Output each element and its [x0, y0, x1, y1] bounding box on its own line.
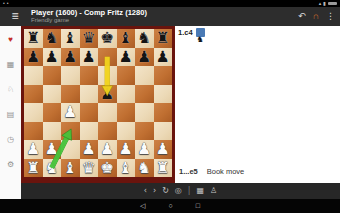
square-d1[interactable]: ♛ [80, 159, 99, 178]
piece-white-rook[interactable]: ♜ [24, 159, 43, 178]
square-c1[interactable]: ♝ [61, 159, 80, 178]
piece-black-pawn[interactable]: ♟ [80, 48, 99, 67]
square-d4[interactable] [80, 103, 99, 122]
piece-black-pawn[interactable]: ♟ [61, 48, 80, 67]
square-c2[interactable] [61, 140, 80, 159]
clock-icon[interactable]: ◷ [7, 135, 14, 145]
folder-icon[interactable]: ▤ [7, 110, 15, 120]
piece-white-knight[interactable]: ♞ [135, 159, 154, 178]
piece-white-rook[interactable]: ♜ [154, 159, 173, 178]
piece-black-king[interactable]: ♚ [98, 29, 117, 48]
square-e5[interactable]: ♟ [98, 85, 117, 104]
piece-black-pawn[interactable]: ♟ [43, 48, 62, 67]
square-f8[interactable]: ♝ [117, 29, 136, 48]
board-setup-icon[interactable]: ▦ [197, 183, 205, 199]
engine-thinking-cursor: ♞ [196, 28, 205, 37]
chess-board[interactable]: ♜♞♝♛♚♝♞♜♟♟♟♟♟♟♟♟♟♟♟♟♟♟♟♟♜♞♝♛♚♝♞♜ [24, 29, 172, 177]
square-f5[interactable] [117, 85, 136, 104]
square-h4[interactable] [154, 103, 173, 122]
engine-status-label: Book move [207, 167, 245, 176]
square-b3[interactable] [43, 122, 62, 141]
page-title: Player (1600) - Comp Fritz (1280) [31, 8, 147, 17]
piece-white-pawn[interactable]: ♟ [43, 140, 62, 159]
settings-gear-icon[interactable]: ⚙ [7, 160, 14, 170]
square-e2[interactable]: ♟ [98, 140, 117, 159]
piece-white-pawn[interactable]: ♟ [24, 140, 43, 159]
status-notification-icons: •• [3, 0, 9, 7]
square-f6[interactable] [117, 66, 136, 85]
square-a3[interactable] [24, 122, 43, 141]
undo-move-icon[interactable]: ↶ [298, 7, 306, 26]
prev-move-icon[interactable]: ‹ [144, 183, 147, 199]
piece-black-rook[interactable]: ♜ [24, 29, 43, 48]
square-d3[interactable] [80, 122, 99, 141]
square-b4[interactable] [43, 103, 62, 122]
engine-status-row: 1...e5 Book move [179, 167, 244, 176]
square-a2[interactable]: ♟ [24, 140, 43, 159]
sidebar: ♥▦♘▤◷⚙ [0, 26, 21, 199]
hint-icon[interactable]: ∩ [313, 7, 319, 26]
square-f3[interactable] [117, 122, 136, 141]
square-e4[interactable] [98, 103, 117, 122]
square-e3[interactable] [98, 122, 117, 141]
favorites-heart-icon[interactable]: ♥ [8, 35, 13, 45]
square-e1[interactable]: ♚ [98, 159, 117, 178]
square-g7[interactable]: ♟ [135, 48, 154, 67]
square-f1[interactable]: ♝ [117, 159, 136, 178]
status-time [328, 2, 337, 5]
square-g5[interactable] [135, 85, 154, 104]
square-g6[interactable] [135, 66, 154, 85]
notation-panel: 1.c4 ♞ 1...e5 Book move [175, 26, 340, 183]
square-h6[interactable] [154, 66, 173, 85]
square-h2[interactable]: ♟ [154, 140, 173, 159]
square-g2[interactable]: ♟ [135, 140, 154, 159]
square-f7[interactable]: ♟ [117, 48, 136, 67]
piece-black-knight[interactable]: ♞ [135, 29, 154, 48]
chess-app-screen: •• ▴▮ ≡ Player (1600) - Comp Fritz (1280… [0, 0, 340, 213]
toolbar-separator: | [188, 183, 191, 199]
piece-white-pawn[interactable]: ♟ [61, 103, 80, 122]
square-b7[interactable]: ♟ [43, 48, 62, 67]
square-b1[interactable]: ♞ [43, 159, 62, 178]
square-d7[interactable]: ♟ [80, 48, 99, 67]
android-back-icon[interactable]: ◁ [140, 199, 145, 213]
battery-icon: ▮ [323, 0, 326, 7]
square-d8[interactable]: ♛ [80, 29, 99, 48]
square-d6[interactable] [80, 66, 99, 85]
overflow-menu-icon[interactable]: ⋮ [326, 7, 335, 26]
piece-black-queen[interactable]: ♛ [80, 29, 99, 48]
piece-white-knight[interactable]: ♞ [43, 159, 62, 178]
piece-black-knight[interactable]: ♞ [43, 29, 62, 48]
piece-white-pawn[interactable]: ♟ [154, 140, 173, 159]
square-c8[interactable]: ♝ [61, 29, 80, 48]
square-d2[interactable]: ♟ [80, 140, 99, 159]
piece-black-rook[interactable]: ♜ [154, 29, 173, 48]
next-move-icon[interactable]: › [153, 183, 156, 199]
piece-black-pawn[interactable]: ♟ [135, 48, 154, 67]
square-a7[interactable]: ♟ [24, 48, 43, 67]
signal-icon: ▴ [319, 0, 322, 7]
square-g4[interactable] [135, 103, 154, 122]
chess-board-frame: ♜♞♝♛♚♝♞♜♟♟♟♟♟♟♟♟♟♟♟♟♟♟♟♟♜♞♝♛♚♝♞♜ [21, 26, 175, 183]
square-e8[interactable]: ♚ [98, 29, 117, 48]
status-system-icons: ▴▮ [319, 0, 337, 7]
square-c6[interactable] [61, 66, 80, 85]
pieces-tray-icon[interactable]: ♙ [210, 183, 217, 199]
game-header: Player (1600) - Comp Fritz (1280) Friend… [31, 8, 147, 24]
game-subtitle: Friendly game [31, 17, 147, 24]
square-h8[interactable]: ♜ [154, 29, 173, 48]
move-entry[interactable]: 1.c4 [178, 28, 193, 37]
pieces-icon[interactable]: ♘ [7, 85, 14, 95]
square-c3[interactable] [61, 122, 80, 141]
square-c7[interactable]: ♟ [61, 48, 80, 67]
piece-white-bishop[interactable]: ♝ [117, 159, 136, 178]
piece-white-pawn[interactable]: ♟ [117, 140, 136, 159]
square-a1[interactable]: ♜ [24, 159, 43, 178]
square-b8[interactable]: ♞ [43, 29, 62, 48]
android-recents-icon[interactable]: □ [196, 199, 200, 213]
square-f4[interactable] [117, 103, 136, 122]
square-g8[interactable]: ♞ [135, 29, 154, 48]
engine-status-move: 1...e5 [179, 167, 198, 176]
android-nav-bar: ◁○□ [0, 199, 340, 213]
move-list[interactable]: 1.c4 ♞ [178, 28, 205, 37]
menu-icon[interactable]: ≡ [8, 10, 22, 23]
app-bar: ≡ Player (1600) - Comp Fritz (1280) Frie… [0, 7, 340, 26]
square-b2[interactable]: ♟ [43, 140, 62, 159]
flip-board-icon[interactable]: ↻ [162, 183, 169, 199]
piece-white-king[interactable]: ♚ [98, 159, 117, 178]
square-b5[interactable] [43, 85, 62, 104]
android-status-bar: •• ▴▮ [0, 0, 340, 7]
square-h3[interactable] [154, 122, 173, 141]
piece-black-pawn[interactable]: ♟ [154, 48, 173, 67]
appbar-actions: ↶∩⋮ [298, 7, 335, 26]
square-b6[interactable] [43, 66, 62, 85]
square-c5[interactable] [61, 85, 80, 104]
square-a6[interactable] [24, 66, 43, 85]
piece-white-pawn[interactable]: ♟ [80, 140, 99, 159]
square-e7[interactable] [98, 48, 117, 67]
piece-white-pawn[interactable]: ♟ [98, 140, 117, 159]
square-a8[interactable]: ♜ [24, 29, 43, 48]
piece-white-pawn[interactable]: ♟ [135, 140, 154, 159]
square-d5[interactable] [80, 85, 99, 104]
board-icon[interactable]: ▦ [7, 60, 15, 70]
piece-black-bishop[interactable]: ♝ [117, 29, 136, 48]
notification-dot-icon: • [3, 0, 5, 7]
square-h7[interactable]: ♟ [154, 48, 173, 67]
square-h5[interactable] [154, 85, 173, 104]
piece-black-pawn[interactable]: ♟ [24, 48, 43, 67]
bottom-toolbar: ‹›↻◎|▦♙ [21, 183, 340, 199]
analysis-icon[interactable]: ◎ [175, 183, 182, 199]
piece-black-bishop[interactable]: ♝ [61, 29, 80, 48]
square-g1[interactable]: ♞ [135, 159, 154, 178]
square-g3[interactable] [135, 122, 154, 141]
piece-white-bishop[interactable]: ♝ [61, 159, 80, 178]
piece-black-pawn[interactable]: ♟ [117, 48, 136, 67]
piece-black-pawn[interactable]: ♟ [98, 85, 117, 104]
square-e6[interactable] [98, 66, 117, 85]
piece-white-queen[interactable]: ♛ [80, 159, 99, 178]
square-c4[interactable]: ♟ [61, 103, 80, 122]
android-home-icon[interactable]: ○ [168, 199, 172, 213]
square-f2[interactable]: ♟ [117, 140, 136, 159]
square-a4[interactable] [24, 103, 43, 122]
square-a5[interactable] [24, 85, 43, 104]
black-knight-cursor-icon: ♞ [197, 35, 204, 44]
square-h1[interactable]: ♜ [154, 159, 173, 178]
notification-dot-icon: • [7, 0, 9, 7]
